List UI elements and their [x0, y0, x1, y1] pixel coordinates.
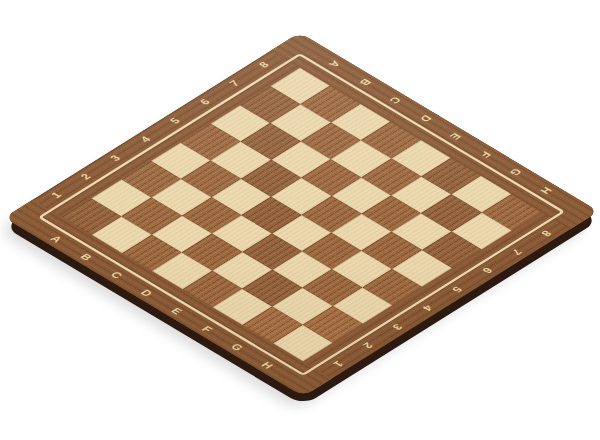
coord-label-right-2: 2	[345, 331, 392, 360]
photo-canvas: ABCDEFGH ABCDEFGH 87654321 87654321	[0, 0, 600, 440]
coord-glyph: 5	[450, 285, 464, 294]
coord-label-right-3: 3	[375, 312, 422, 341]
coord-label-right-6: 6	[464, 257, 511, 286]
coord-glyph: 6	[198, 98, 212, 107]
chessboard: ABCDEFGH ABCDEFGH 87654321 87654321	[91, 4, 512, 425]
board-field	[62, 68, 541, 361]
coord-label-left-3: 3	[92, 144, 139, 173]
coord-label-left-6: 6	[181, 88, 228, 117]
coord-label-right-7: 7	[494, 238, 541, 267]
coord-glyph: 3	[108, 154, 122, 163]
coord-glyph: 8	[540, 229, 554, 238]
coord-glyph: 4	[138, 135, 152, 144]
coord-glyph: 7	[510, 248, 524, 257]
coord-glyph: 7	[228, 79, 242, 88]
coord-glyph: 5	[168, 116, 182, 125]
coord-glyph: 2	[361, 341, 375, 350]
coord-glyph: 8	[257, 60, 271, 69]
coord-label-left-5: 5	[152, 106, 199, 135]
coord-label-right-4: 4	[404, 294, 451, 323]
coord-glyph: 2	[79, 172, 93, 181]
coord-glyph: 6	[480, 267, 494, 276]
coord-label-left-2: 2	[62, 162, 109, 191]
coord-label-left-4: 4	[122, 125, 169, 154]
board-top-surface: ABCDEFGH ABCDEFGH 87654321 87654321	[4, 32, 599, 396]
coord-glyph: 1	[49, 191, 63, 200]
coord-glyph: 1	[331, 360, 345, 369]
coord-label-right-5: 5	[434, 275, 481, 304]
coord-glyph: 3	[391, 323, 405, 332]
coord-label-left-7: 7	[211, 69, 258, 98]
coord-glyph: 4	[421, 304, 435, 313]
